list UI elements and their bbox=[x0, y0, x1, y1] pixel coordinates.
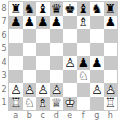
piece-wK: ♔ bbox=[64, 97, 75, 110]
square-f3[interactable]: ♞♘ bbox=[77, 70, 91, 84]
square-b3[interactable] bbox=[23, 70, 37, 84]
piece-bN: ♞ bbox=[91, 3, 102, 16]
square-h7[interactable]: ♟ bbox=[104, 16, 118, 30]
square-c5[interactable] bbox=[36, 43, 50, 57]
square-d3[interactable] bbox=[50, 70, 64, 84]
square-g4[interactable]: ♟ bbox=[90, 56, 104, 70]
square-f5[interactable] bbox=[77, 43, 91, 57]
file-label-g: g bbox=[90, 111, 104, 120]
square-e8[interactable]: ♚ bbox=[63, 2, 77, 16]
piece-wP: ♙ bbox=[91, 84, 102, 97]
file-label-a: a bbox=[9, 111, 23, 120]
rank-label-6: 6 bbox=[0, 29, 8, 43]
rank-label-5: 5 bbox=[0, 43, 8, 57]
square-h5[interactable] bbox=[104, 43, 118, 57]
rank-label-8: 8 bbox=[0, 2, 8, 16]
square-c7[interactable]: ♟ bbox=[36, 16, 50, 30]
piece-bP: ♟ bbox=[51, 16, 62, 29]
piece-wB: ♗ bbox=[37, 97, 48, 110]
rank-label-1: 1 bbox=[0, 97, 8, 111]
chess-board: ♜♞♝♛♚♝♞♜♟♟♟♟♝♗♟♟♙♟♟♞♘♟♙♟♙♟♙♟♙♟♙♟♙♜♖♞♘♝♗♛… bbox=[8, 1, 118, 111]
square-a5[interactable] bbox=[9, 43, 23, 57]
square-b4[interactable] bbox=[23, 56, 37, 70]
square-c6[interactable] bbox=[36, 29, 50, 43]
file-label-c: c bbox=[36, 111, 50, 120]
square-a1[interactable]: ♜♖ bbox=[9, 97, 23, 111]
square-d7[interactable]: ♟ bbox=[50, 16, 64, 30]
square-a7[interactable]: ♟ bbox=[9, 16, 23, 30]
square-c4[interactable] bbox=[36, 56, 50, 70]
piece-bP: ♟ bbox=[24, 16, 35, 29]
square-h4[interactable] bbox=[104, 56, 118, 70]
square-a4[interactable] bbox=[9, 56, 23, 70]
square-b6[interactable] bbox=[23, 29, 37, 43]
square-f6[interactable] bbox=[77, 29, 91, 43]
square-f1[interactable] bbox=[77, 97, 91, 111]
file-label-d: d bbox=[50, 111, 64, 120]
square-e3[interactable] bbox=[63, 70, 77, 84]
piece-bK: ♚ bbox=[64, 3, 75, 16]
piece-wR: ♖ bbox=[10, 97, 21, 110]
rank-label-4: 4 bbox=[0, 56, 8, 70]
piece-wB: ♗ bbox=[78, 16, 89, 29]
piece-bP: ♟ bbox=[105, 16, 116, 29]
square-c1[interactable]: ♝♗ bbox=[36, 97, 50, 111]
piece-wR: ♖ bbox=[105, 97, 116, 110]
file-label-f: f bbox=[77, 111, 91, 120]
square-h3[interactable] bbox=[104, 70, 118, 84]
square-e6[interactable] bbox=[63, 29, 77, 43]
square-d1[interactable]: ♛♕ bbox=[50, 97, 64, 111]
rank-label-2: 2 bbox=[0, 83, 8, 97]
square-b5[interactable] bbox=[23, 43, 37, 57]
file-label-b: b bbox=[23, 111, 37, 120]
square-g5[interactable] bbox=[90, 43, 104, 57]
piece-wP: ♙ bbox=[64, 57, 75, 70]
square-f2[interactable] bbox=[77, 83, 91, 97]
square-f7[interactable]: ♝♗ bbox=[77, 16, 91, 30]
square-a3[interactable] bbox=[9, 70, 23, 84]
square-d6[interactable] bbox=[50, 29, 64, 43]
file-labels: abcdefgh bbox=[9, 111, 117, 120]
square-b1[interactable]: ♞♘ bbox=[23, 97, 37, 111]
square-e4[interactable]: ♟♙ bbox=[63, 56, 77, 70]
piece-wN: ♘ bbox=[24, 97, 35, 110]
file-label-e: e bbox=[63, 111, 77, 120]
square-g6[interactable] bbox=[90, 29, 104, 43]
piece-bP: ♟ bbox=[91, 57, 102, 70]
file-label-h: h bbox=[104, 111, 118, 120]
chess-diagram: 87654321 ♜♞♝♛♚♝♞♜♟♟♟♟♝♗♟♟♙♟♟♞♘♟♙♟♙♟♙♟♙♟♙… bbox=[0, 0, 120, 120]
square-h1[interactable]: ♜♖ bbox=[104, 97, 118, 111]
rank-label-3: 3 bbox=[0, 70, 8, 84]
square-g3[interactable] bbox=[90, 70, 104, 84]
square-g8[interactable]: ♞ bbox=[90, 2, 104, 16]
piece-wQ: ♕ bbox=[51, 97, 62, 110]
piece-wN: ♘ bbox=[78, 70, 89, 83]
square-b7[interactable]: ♟ bbox=[23, 16, 37, 30]
square-g7[interactable] bbox=[90, 16, 104, 30]
rank-labels: 87654321 bbox=[0, 2, 8, 110]
square-g1[interactable] bbox=[90, 97, 104, 111]
square-d5[interactable] bbox=[50, 43, 64, 57]
piece-bP: ♟ bbox=[10, 16, 21, 29]
square-g2[interactable]: ♟♙ bbox=[90, 83, 104, 97]
square-h6[interactable] bbox=[104, 29, 118, 43]
piece-bP: ♟ bbox=[37, 16, 48, 29]
square-c3[interactable] bbox=[36, 70, 50, 84]
square-d4[interactable] bbox=[50, 56, 64, 70]
square-e1[interactable]: ♚♔ bbox=[63, 97, 77, 111]
rank-label-7: 7 bbox=[0, 16, 8, 30]
square-e5[interactable] bbox=[63, 43, 77, 57]
square-e7[interactable] bbox=[63, 16, 77, 30]
square-a6[interactable] bbox=[9, 29, 23, 43]
